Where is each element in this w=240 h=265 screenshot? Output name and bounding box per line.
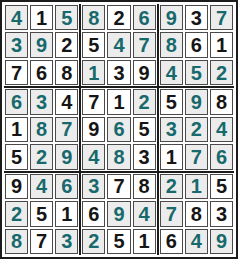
cell-r8c6[interactable]: 4 bbox=[133, 201, 156, 226]
cell-r7c1[interactable]: 9 bbox=[5, 174, 28, 199]
cell-r9c3[interactable]: 3 bbox=[55, 229, 78, 254]
cell-r3c2[interactable]: 6 bbox=[30, 60, 53, 85]
cell-r1c8[interactable]: 3 bbox=[185, 5, 208, 30]
sudoku-box-1: 415392768 bbox=[4, 4, 79, 86]
cell-r8c7[interactable]: 7 bbox=[160, 201, 183, 226]
cell-r6c4[interactable]: 4 bbox=[82, 144, 105, 169]
cell-r1c3[interactable]: 5 bbox=[55, 5, 78, 30]
cell-r2c7[interactable]: 8 bbox=[160, 32, 183, 57]
sudoku-box-7: 946251873 bbox=[4, 173, 79, 255]
cell-r1c7[interactable]: 9 bbox=[160, 5, 183, 30]
sudoku-board: 4153927688265471399378614526341875297129… bbox=[0, 0, 238, 259]
cell-r5c4[interactable]: 9 bbox=[82, 117, 105, 142]
cell-r8c4[interactable]: 6 bbox=[82, 201, 105, 226]
cell-r4c4[interactable]: 7 bbox=[82, 89, 105, 114]
cell-r4c3[interactable]: 4 bbox=[55, 89, 78, 114]
cell-r9c7[interactable]: 6 bbox=[160, 229, 183, 254]
cell-r8c5[interactable]: 9 bbox=[107, 201, 130, 226]
cell-r6c1[interactable]: 5 bbox=[5, 144, 28, 169]
cell-r7c7[interactable]: 2 bbox=[160, 174, 183, 199]
cell-r5c1[interactable]: 1 bbox=[5, 117, 28, 142]
cell-r8c3[interactable]: 1 bbox=[55, 201, 78, 226]
cell-r5c3[interactable]: 7 bbox=[55, 117, 78, 142]
cell-r4c6[interactable]: 2 bbox=[133, 89, 156, 114]
cell-r7c9[interactable]: 5 bbox=[210, 174, 233, 199]
cell-r8c1[interactable]: 2 bbox=[5, 201, 28, 226]
cell-r9c9[interactable]: 9 bbox=[210, 229, 233, 254]
cell-r5c9[interactable]: 4 bbox=[210, 117, 233, 142]
cell-r1c2[interactable]: 1 bbox=[30, 5, 53, 30]
sudoku-box-3: 937861452 bbox=[159, 4, 234, 86]
cell-r3c8[interactable]: 5 bbox=[185, 60, 208, 85]
cell-r2c3[interactable]: 2 bbox=[55, 32, 78, 57]
cell-r1c6[interactable]: 6 bbox=[133, 5, 156, 30]
cell-r1c4[interactable]: 8 bbox=[82, 5, 105, 30]
cell-r2c2[interactable]: 9 bbox=[30, 32, 53, 57]
sudoku-box-4: 634187529 bbox=[4, 88, 79, 170]
cell-r2c6[interactable]: 7 bbox=[133, 32, 156, 57]
cell-r2c5[interactable]: 4 bbox=[107, 32, 130, 57]
cell-r2c4[interactable]: 5 bbox=[82, 32, 105, 57]
cell-r9c8[interactable]: 4 bbox=[185, 229, 208, 254]
cell-r2c8[interactable]: 6 bbox=[185, 32, 208, 57]
sudoku-box-2: 826547139 bbox=[81, 4, 156, 86]
sudoku-box-6: 598324176 bbox=[159, 88, 234, 170]
cell-r7c4[interactable]: 3 bbox=[82, 174, 105, 199]
cell-r5c8[interactable]: 2 bbox=[185, 117, 208, 142]
cell-r9c4[interactable]: 2 bbox=[82, 229, 105, 254]
sudoku-box-grid: 4153927688265471399378614526341875297129… bbox=[4, 4, 234, 255]
cell-r6c9[interactable]: 6 bbox=[210, 144, 233, 169]
sudoku-box-8: 378694251 bbox=[81, 173, 156, 255]
cell-r5c6[interactable]: 5 bbox=[133, 117, 156, 142]
cell-r1c9[interactable]: 7 bbox=[210, 5, 233, 30]
cell-r6c3[interactable]: 9 bbox=[55, 144, 78, 169]
cell-r3c6[interactable]: 9 bbox=[133, 60, 156, 85]
cell-r7c5[interactable]: 7 bbox=[107, 174, 130, 199]
cell-r4c7[interactable]: 5 bbox=[160, 89, 183, 114]
cell-r4c8[interactable]: 9 bbox=[185, 89, 208, 114]
cell-r6c8[interactable]: 7 bbox=[185, 144, 208, 169]
sudoku-box-9: 215783649 bbox=[159, 173, 234, 255]
cell-r3c3[interactable]: 8 bbox=[55, 60, 78, 85]
cell-r9c2[interactable]: 7 bbox=[30, 229, 53, 254]
cell-r2c9[interactable]: 1 bbox=[210, 32, 233, 57]
cell-r6c5[interactable]: 8 bbox=[107, 144, 130, 169]
cell-r3c7[interactable]: 4 bbox=[160, 60, 183, 85]
cell-r4c9[interactable]: 8 bbox=[210, 89, 233, 114]
cell-r8c9[interactable]: 3 bbox=[210, 201, 233, 226]
cell-r4c1[interactable]: 6 bbox=[5, 89, 28, 114]
cell-r6c2[interactable]: 2 bbox=[30, 144, 53, 169]
cell-r8c2[interactable]: 5 bbox=[30, 201, 53, 226]
cell-r7c2[interactable]: 4 bbox=[30, 174, 53, 199]
cell-r4c5[interactable]: 1 bbox=[107, 89, 130, 114]
cell-r4c2[interactable]: 3 bbox=[30, 89, 53, 114]
cell-r9c5[interactable]: 5 bbox=[107, 229, 130, 254]
cell-r9c6[interactable]: 1 bbox=[133, 229, 156, 254]
cell-r8c8[interactable]: 8 bbox=[185, 201, 208, 226]
cell-r7c8[interactable]: 1 bbox=[185, 174, 208, 199]
cell-r3c1[interactable]: 7 bbox=[5, 60, 28, 85]
cell-r1c1[interactable]: 4 bbox=[5, 5, 28, 30]
cell-r5c2[interactable]: 8 bbox=[30, 117, 53, 142]
cell-r5c5[interactable]: 6 bbox=[107, 117, 130, 142]
cell-r7c6[interactable]: 8 bbox=[133, 174, 156, 199]
cell-r3c4[interactable]: 1 bbox=[82, 60, 105, 85]
cell-r2c1[interactable]: 3 bbox=[5, 32, 28, 57]
cell-r1c5[interactable]: 2 bbox=[107, 5, 130, 30]
cell-r3c9[interactable]: 2 bbox=[210, 60, 233, 85]
cell-r6c7[interactable]: 1 bbox=[160, 144, 183, 169]
cell-r9c1[interactable]: 8 bbox=[5, 229, 28, 254]
sudoku-box-5: 712965483 bbox=[81, 88, 156, 170]
cell-r6c6[interactable]: 3 bbox=[133, 144, 156, 169]
cell-r3c5[interactable]: 3 bbox=[107, 60, 130, 85]
cell-r5c7[interactable]: 3 bbox=[160, 117, 183, 142]
cell-r7c3[interactable]: 6 bbox=[55, 174, 78, 199]
